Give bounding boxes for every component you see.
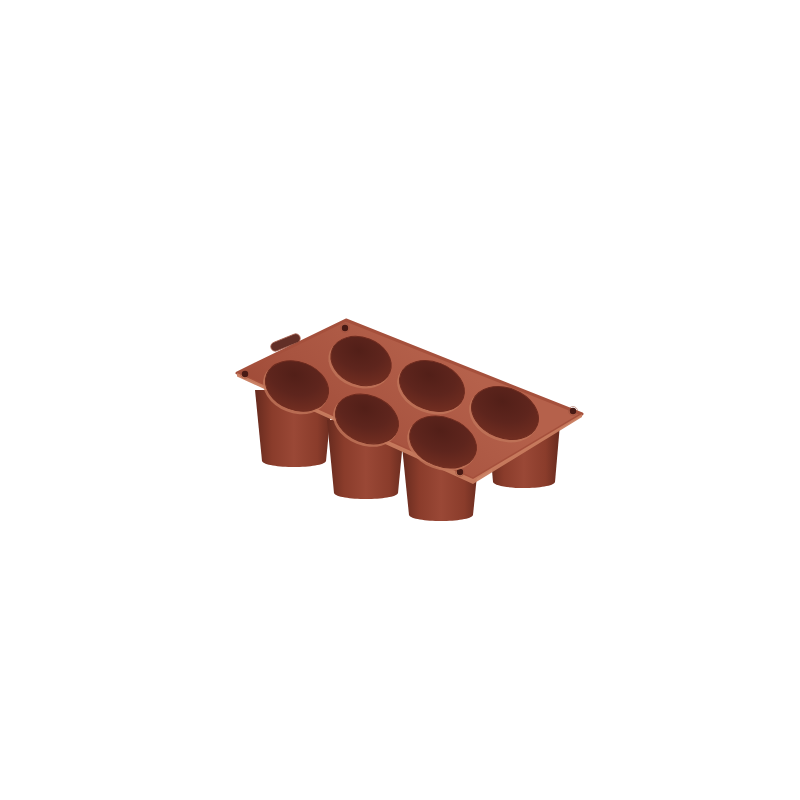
hole-left [242, 371, 248, 377]
product-photo [0, 0, 800, 800]
hole-right [570, 408, 576, 414]
hole-top [342, 325, 348, 331]
muffin-mould-illustration [0, 0, 800, 800]
